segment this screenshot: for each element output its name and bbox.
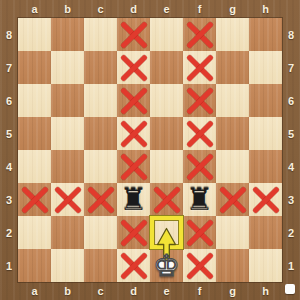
square-c8[interactable] [84, 18, 117, 51]
square-d7[interactable] [117, 51, 150, 84]
square-b5[interactable] [51, 117, 84, 150]
square-b7[interactable] [51, 51, 84, 84]
rank-label-right-6: 6 [282, 84, 300, 117]
square-g3[interactable] [216, 183, 249, 216]
square-e2[interactable] [150, 216, 183, 249]
square-g8[interactable] [216, 18, 249, 51]
rank-label-right-3: 3 [282, 183, 300, 216]
file-label-bottom-h: h [249, 282, 282, 300]
x-mark [150, 183, 183, 216]
black-rook[interactable]: ♜ [183, 183, 216, 216]
file-label-bottom-g: g [216, 282, 249, 300]
x-mark [117, 51, 150, 84]
file-label-bottom-c: c [84, 282, 117, 300]
square-g4[interactable] [216, 150, 249, 183]
file-label-top-g: g [216, 0, 249, 18]
x-mark [84, 183, 117, 216]
square-d1[interactable] [117, 249, 150, 282]
square-e1[interactable]: ♚ [150, 249, 183, 282]
file-label-top-b: b [51, 0, 84, 18]
square-f1[interactable] [183, 249, 216, 282]
rank-label-right-2: 2 [282, 216, 300, 249]
x-mark [183, 84, 216, 117]
rank-label-right-8: 8 [282, 18, 300, 51]
square-g7[interactable] [216, 51, 249, 84]
square-h6[interactable] [249, 84, 282, 117]
x-mark [183, 51, 216, 84]
rank-label-left-5: 5 [0, 117, 18, 150]
rank-label-right-1: 1 [282, 249, 300, 282]
square-a8[interactable] [18, 18, 51, 51]
square-d5[interactable] [117, 117, 150, 150]
square-h5[interactable] [249, 117, 282, 150]
square-e7[interactable] [150, 51, 183, 84]
square-a6[interactable] [18, 84, 51, 117]
rank-label-right-4: 4 [282, 150, 300, 183]
x-mark [216, 183, 249, 216]
x-mark [117, 84, 150, 117]
file-label-bottom-d: d [117, 282, 150, 300]
square-h2[interactable] [249, 216, 282, 249]
square-h3[interactable] [249, 183, 282, 216]
square-f5[interactable] [183, 117, 216, 150]
square-h8[interactable] [249, 18, 282, 51]
rank-label-left-4: 4 [0, 150, 18, 183]
board: ♜♜♚ [18, 18, 282, 282]
file-label-top-c: c [84, 0, 117, 18]
x-mark [117, 216, 150, 249]
square-c4[interactable] [84, 150, 117, 183]
square-d3[interactable]: ♜ [117, 183, 150, 216]
x-mark [249, 183, 282, 216]
square-b6[interactable] [51, 84, 84, 117]
file-label-bottom-e: e [150, 282, 183, 300]
square-f3[interactable]: ♜ [183, 183, 216, 216]
square-b4[interactable] [51, 150, 84, 183]
square-a1[interactable] [18, 249, 51, 282]
corner-marker-icon [285, 284, 295, 294]
file-label-top-a: a [18, 0, 51, 18]
chess-trainer-board: ♜♜♚ aabbccddeeffgghh8877665544332211 [0, 0, 300, 300]
square-c7[interactable] [84, 51, 117, 84]
x-mark [183, 18, 216, 51]
white-king[interactable]: ♚ [150, 249, 183, 282]
file-label-top-h: h [249, 0, 282, 18]
x-mark [117, 117, 150, 150]
square-e6[interactable] [150, 84, 183, 117]
file-label-top-d: d [117, 0, 150, 18]
square-d6[interactable] [117, 84, 150, 117]
square-d2[interactable] [117, 216, 150, 249]
x-mark [183, 249, 216, 282]
square-b2[interactable] [51, 216, 84, 249]
square-f4[interactable] [183, 150, 216, 183]
rank-label-left-1: 1 [0, 249, 18, 282]
x-mark [117, 150, 150, 183]
x-mark [51, 183, 84, 216]
square-g6[interactable] [216, 84, 249, 117]
rank-label-right-5: 5 [282, 117, 300, 150]
square-a5[interactable] [18, 117, 51, 150]
x-mark [117, 249, 150, 282]
square-a7[interactable] [18, 51, 51, 84]
square-d4[interactable] [117, 150, 150, 183]
square-b8[interactable] [51, 18, 84, 51]
x-mark [183, 117, 216, 150]
square-e8[interactable] [150, 18, 183, 51]
black-rook[interactable]: ♜ [117, 183, 150, 216]
square-g5[interactable] [216, 117, 249, 150]
square-g2[interactable] [216, 216, 249, 249]
square-h7[interactable] [249, 51, 282, 84]
square-f2[interactable] [183, 216, 216, 249]
square-d8[interactable] [117, 18, 150, 51]
file-label-top-e: e [150, 0, 183, 18]
x-mark [18, 183, 51, 216]
file-label-bottom-b: b [51, 282, 84, 300]
x-mark [183, 150, 216, 183]
file-label-bottom-f: f [183, 282, 216, 300]
square-c3[interactable] [84, 183, 117, 216]
rank-label-left-3: 3 [0, 183, 18, 216]
rank-label-left-6: 6 [0, 84, 18, 117]
square-e3[interactable] [150, 183, 183, 216]
square-a2[interactable] [18, 216, 51, 249]
square-b3[interactable] [51, 183, 84, 216]
square-a4[interactable] [18, 150, 51, 183]
rank-label-right-7: 7 [282, 51, 300, 84]
x-mark [117, 18, 150, 51]
square-h1[interactable] [249, 249, 282, 282]
square-h4[interactable] [249, 150, 282, 183]
highlight-square [150, 216, 183, 249]
square-e5[interactable] [150, 117, 183, 150]
rank-label-left-8: 8 [0, 18, 18, 51]
square-c2[interactable] [84, 216, 117, 249]
x-mark [183, 216, 216, 249]
square-f8[interactable] [183, 18, 216, 51]
square-f7[interactable] [183, 51, 216, 84]
square-b1[interactable] [51, 249, 84, 282]
rank-label-left-7: 7 [0, 51, 18, 84]
file-label-top-f: f [183, 0, 216, 18]
square-f6[interactable] [183, 84, 216, 117]
rank-label-left-2: 2 [0, 216, 18, 249]
square-c5[interactable] [84, 117, 117, 150]
square-a3[interactable] [18, 183, 51, 216]
square-g1[interactable] [216, 249, 249, 282]
square-e4[interactable] [150, 150, 183, 183]
square-c6[interactable] [84, 84, 117, 117]
file-label-bottom-a: a [18, 282, 51, 300]
square-c1[interactable] [84, 249, 117, 282]
